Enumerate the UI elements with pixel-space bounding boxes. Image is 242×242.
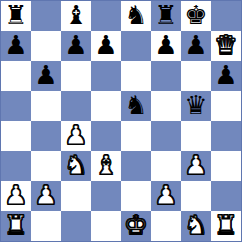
square-f4[interactable] (151, 121, 181, 151)
square-b3[interactable] (31, 151, 61, 181)
square-e4[interactable] (121, 121, 151, 151)
square-h1[interactable]: ♜ (211, 211, 241, 241)
square-g5[interactable]: ♛ (181, 91, 211, 121)
piece-black-bishop: ♝ (64, 1, 87, 30)
square-f1[interactable] (151, 211, 181, 241)
square-g1[interactable]: ♞ (181, 211, 211, 241)
square-e8[interactable]: ♞ (121, 1, 151, 31)
square-g8[interactable]: ♚ (181, 1, 211, 31)
piece-white-king: ♚ (124, 211, 147, 240)
square-d6[interactable] (91, 61, 121, 91)
piece-white-pawn: ♟ (34, 181, 57, 210)
piece-black-pawn: ♟ (4, 31, 27, 60)
square-b7[interactable] (31, 31, 61, 61)
square-c3[interactable]: ♞ (61, 151, 91, 181)
piece-black-king: ♚ (184, 1, 207, 30)
square-c7[interactable]: ♟ (61, 31, 91, 61)
square-c2[interactable] (61, 181, 91, 211)
square-d8[interactable] (91, 1, 121, 31)
square-d7[interactable]: ♟ (91, 31, 121, 61)
square-a3[interactable] (1, 151, 31, 181)
square-c6[interactable] (61, 61, 91, 91)
square-e1[interactable]: ♚ (121, 211, 151, 241)
square-f8[interactable]: ♜ (151, 1, 181, 31)
piece-black-pawn: ♟ (154, 31, 177, 60)
square-a4[interactable] (1, 121, 31, 151)
square-h2[interactable] (211, 181, 241, 211)
piece-black-queen: ♛ (184, 91, 207, 120)
chess-board-container: ♜♝♞♜♚♟♟♟♟♟♛♟♟♞♛♟♞♝♟♟♟♟♜♚♞♜ (0, 0, 242, 242)
piece-black-pawn: ♟ (184, 31, 207, 60)
piece-black-rook: ♜ (154, 1, 177, 30)
piece-white-rook: ♜ (214, 211, 237, 240)
piece-black-knight: ♞ (124, 91, 147, 120)
piece-black-pawn: ♟ (34, 61, 57, 90)
piece-black-knight: ♞ (124, 1, 147, 30)
square-g3[interactable]: ♟ (181, 151, 211, 181)
square-a5[interactable] (1, 91, 31, 121)
piece-white-pawn: ♟ (154, 181, 177, 210)
square-b8[interactable] (31, 1, 61, 31)
square-a2[interactable]: ♟ (1, 181, 31, 211)
square-b2[interactable]: ♟ (31, 181, 61, 211)
piece-white-pawn: ♟ (4, 181, 27, 210)
square-b6[interactable]: ♟ (31, 61, 61, 91)
square-b5[interactable] (31, 91, 61, 121)
square-c1[interactable] (61, 211, 91, 241)
square-h6[interactable]: ♟ (211, 61, 241, 91)
square-h7[interactable]: ♛ (211, 31, 241, 61)
square-f7[interactable]: ♟ (151, 31, 181, 61)
chess-board: ♜♝♞♜♚♟♟♟♟♟♛♟♟♞♛♟♞♝♟♟♟♟♜♚♞♜ (0, 0, 242, 242)
square-c8[interactable]: ♝ (61, 1, 91, 31)
square-e5[interactable]: ♞ (121, 91, 151, 121)
square-b1[interactable] (31, 211, 61, 241)
piece-black-rook: ♜ (4, 1, 27, 30)
piece-black-pawn: ♟ (94, 31, 117, 60)
square-c4[interactable]: ♟ (61, 121, 91, 151)
square-a7[interactable]: ♟ (1, 31, 31, 61)
piece-white-knight: ♞ (184, 211, 207, 240)
piece-white-pawn: ♟ (184, 151, 207, 180)
piece-white-pawn: ♟ (64, 121, 87, 150)
square-b4[interactable] (31, 121, 61, 151)
square-g4[interactable] (181, 121, 211, 151)
square-g7[interactable]: ♟ (181, 31, 211, 61)
square-h3[interactable] (211, 151, 241, 181)
piece-black-pawn: ♟ (214, 61, 237, 90)
square-c5[interactable] (61, 91, 91, 121)
square-g6[interactable] (181, 61, 211, 91)
piece-white-queen: ♛ (214, 31, 237, 60)
piece-white-bishop: ♝ (94, 151, 117, 180)
square-e2[interactable] (121, 181, 151, 211)
square-d5[interactable] (91, 91, 121, 121)
square-f2[interactable]: ♟ (151, 181, 181, 211)
square-f5[interactable] (151, 91, 181, 121)
square-f3[interactable] (151, 151, 181, 181)
square-d4[interactable] (91, 121, 121, 151)
piece-white-knight: ♞ (64, 151, 87, 180)
square-h5[interactable] (211, 91, 241, 121)
square-e7[interactable] (121, 31, 151, 61)
square-h4[interactable] (211, 121, 241, 151)
square-e6[interactable] (121, 61, 151, 91)
square-f6[interactable] (151, 61, 181, 91)
square-d1[interactable] (91, 211, 121, 241)
square-d2[interactable] (91, 181, 121, 211)
square-g2[interactable] (181, 181, 211, 211)
square-a6[interactable] (1, 61, 31, 91)
square-a8[interactable]: ♜ (1, 1, 31, 31)
square-e3[interactable] (121, 151, 151, 181)
piece-white-rook: ♜ (4, 211, 27, 240)
square-h8[interactable] (211, 1, 241, 31)
square-a1[interactable]: ♜ (1, 211, 31, 241)
piece-black-pawn: ♟ (64, 31, 87, 60)
square-d3[interactable]: ♝ (91, 151, 121, 181)
